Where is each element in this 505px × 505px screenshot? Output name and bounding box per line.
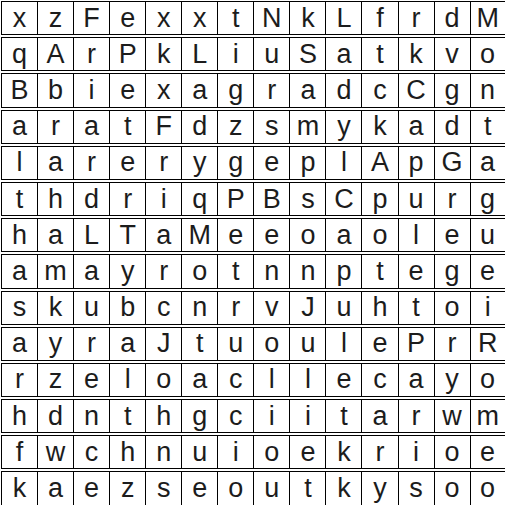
grid-cell[interactable]: l (398, 218, 434, 252)
grid-cell[interactable]: k (289, 1, 325, 35)
grid-cell[interactable]: s (1, 291, 37, 325)
grid-cell[interactable]: s (253, 110, 289, 144)
grid-cell[interactable]: r (145, 254, 181, 288)
grid-cell[interactable]: z (37, 1, 73, 35)
grid-cell[interactable]: a (325, 218, 361, 252)
grid-cell[interactable]: o (434, 435, 470, 469)
grid-cell[interactable]: r (434, 327, 470, 361)
grid-cell[interactable]: a (145, 218, 181, 252)
grid-cell[interactable]: a (37, 218, 73, 252)
grid-cell[interactable]: N (253, 1, 289, 35)
grid-cell[interactable]: p (289, 146, 325, 180)
grid-cell[interactable]: z (37, 363, 73, 397)
grid-cell[interactable]: o (434, 291, 470, 325)
grid-cell[interactable]: i (73, 73, 109, 107)
grid-cell[interactable]: t (361, 254, 397, 288)
grid-cell[interactable]: p (325, 254, 361, 288)
grid-cell[interactable]: p (398, 146, 434, 180)
grid-cell[interactable]: a (1, 110, 37, 144)
grid-cell[interactable]: P (109, 37, 145, 71)
grid-cell[interactable]: r (109, 182, 145, 216)
grid-cell[interactable]: u (325, 291, 361, 325)
grid-cell[interactable]: r (73, 146, 109, 180)
grid-cell[interactable]: o (470, 471, 505, 505)
grid-cell[interactable]: d (181, 110, 217, 144)
grid-cell[interactable]: a (398, 363, 434, 397)
grid-cell[interactable]: b (37, 73, 73, 107)
grid-cell[interactable]: g (217, 146, 253, 180)
grid-cell[interactable]: h (145, 399, 181, 433)
grid-cell[interactable]: g (217, 73, 253, 107)
grid-cell[interactable]: i (253, 399, 289, 433)
grid-cell[interactable]: e (289, 435, 325, 469)
grid-cell[interactable]: v (253, 291, 289, 325)
grid-cell[interactable]: a (37, 146, 73, 180)
grid-cell[interactable]: u (73, 291, 109, 325)
grid-cell[interactable]: r (1, 363, 37, 397)
grid-cell[interactable]: z (109, 471, 145, 505)
grid-cell[interactable]: a (181, 73, 217, 107)
grid-cell[interactable]: n (181, 291, 217, 325)
grid-cell[interactable]: s (145, 471, 181, 505)
grid-cell[interactable]: r (73, 327, 109, 361)
grid-cell[interactable]: e (361, 327, 397, 361)
grid-cell[interactable]: r (434, 182, 470, 216)
grid-cell[interactable]: u (217, 327, 253, 361)
grid-cell[interactable]: e (73, 363, 109, 397)
grid-cell[interactable]: L (325, 1, 361, 35)
grid-cell[interactable]: P (398, 327, 434, 361)
grid-cell[interactable]: P (217, 182, 253, 216)
grid-cell[interactable]: k (37, 291, 73, 325)
grid-cell[interactable]: a (1, 327, 37, 361)
grid-cell[interactable]: x (1, 1, 37, 35)
grid-cell[interactable]: k (1, 471, 37, 505)
grid-cell[interactable]: y (109, 254, 145, 288)
grid-cell[interactable]: f (361, 1, 397, 35)
grid-cell[interactable]: o (253, 435, 289, 469)
grid-cell[interactable]: k (398, 37, 434, 71)
grid-cell[interactable]: k (145, 37, 181, 71)
grid-cell[interactable]: e (73, 471, 109, 505)
grid-cell[interactable]: r (398, 1, 434, 35)
grid-cell[interactable]: r (73, 37, 109, 71)
grid-cell[interactable]: h (1, 399, 37, 433)
grid-cell[interactable]: r (217, 291, 253, 325)
grid-cell[interactable]: o (361, 218, 397, 252)
grid-cell[interactable]: u (470, 218, 505, 252)
grid-cell[interactable]: e (398, 254, 434, 288)
grid-cell[interactable]: c (361, 363, 397, 397)
grid-cell[interactable]: t (1, 182, 37, 216)
grid-cell[interactable]: d (37, 399, 73, 433)
grid-cell[interactable]: o (181, 254, 217, 288)
grid-cell[interactable]: r (253, 73, 289, 107)
grid-cell[interactable]: G (434, 146, 470, 180)
grid-cell[interactable]: d (73, 182, 109, 216)
grid-cell[interactable]: o (470, 363, 505, 397)
grid-cell[interactable]: p (361, 182, 397, 216)
grid-cell[interactable]: n (73, 399, 109, 433)
grid-cell[interactable]: u (253, 37, 289, 71)
grid-cell[interactable]: t (181, 327, 217, 361)
grid-cell[interactable]: o (217, 471, 253, 505)
grid-cell[interactable]: n (145, 435, 181, 469)
grid-cell[interactable]: t (398, 291, 434, 325)
grid-cell[interactable]: d (325, 73, 361, 107)
grid-cell[interactable]: a (181, 363, 217, 397)
grid-cell[interactable]: y (325, 110, 361, 144)
grid-cell[interactable]: J (145, 327, 181, 361)
grid-cell[interactable]: r (145, 146, 181, 180)
grid-cell[interactable]: h (37, 182, 73, 216)
grid-cell[interactable]: g (181, 399, 217, 433)
grid-cell[interactable]: x (145, 73, 181, 107)
grid-cell[interactable]: t (289, 471, 325, 505)
grid-cell[interactable]: A (37, 37, 73, 71)
grid-cell[interactable]: d (434, 110, 470, 144)
grid-cell[interactable]: d (434, 1, 470, 35)
grid-cell[interactable]: l (1, 146, 37, 180)
grid-cell[interactable]: m (289, 110, 325, 144)
grid-cell[interactable]: g (470, 182, 505, 216)
grid-cell[interactable]: e (253, 218, 289, 252)
grid-cell[interactable]: k (325, 435, 361, 469)
grid-cell[interactable]: C (325, 182, 361, 216)
grid-cell[interactable]: a (1, 254, 37, 288)
grid-cell[interactable]: t (217, 254, 253, 288)
grid-cell[interactable]: a (361, 399, 397, 433)
grid-cell[interactable]: t (470, 110, 505, 144)
grid-cell[interactable]: b (109, 291, 145, 325)
grid-cell[interactable]: M (181, 218, 217, 252)
grid-cell[interactable]: r (37, 110, 73, 144)
grid-cell[interactable]: i (217, 435, 253, 469)
grid-cell[interactable]: e (217, 218, 253, 252)
grid-cell[interactable]: u (253, 471, 289, 505)
grid-cell[interactable]: a (470, 146, 505, 180)
grid-cell[interactable]: t (325, 399, 361, 433)
grid-cell[interactable]: L (181, 37, 217, 71)
grid-cell[interactable]: L (73, 218, 109, 252)
grid-cell[interactable]: a (73, 254, 109, 288)
grid-cell[interactable]: s (289, 182, 325, 216)
grid-cell[interactable]: o (289, 218, 325, 252)
grid-cell[interactable]: m (37, 254, 73, 288)
grid-cell[interactable]: y (361, 471, 397, 505)
grid-cell[interactable]: e (434, 218, 470, 252)
grid-cell[interactable]: t (109, 110, 145, 144)
grid-cell[interactable]: M (470, 1, 505, 35)
grid-cell[interactable]: a (289, 73, 325, 107)
grid-cell[interactable]: c (361, 73, 397, 107)
grid-cell[interactable]: h (361, 291, 397, 325)
grid-cell[interactable]: B (253, 182, 289, 216)
grid-cell[interactable]: l (253, 363, 289, 397)
grid-cell[interactable]: e (109, 73, 145, 107)
grid-cell[interactable]: m (470, 399, 505, 433)
grid-cell[interactable]: c (145, 291, 181, 325)
grid-cell[interactable]: t (109, 399, 145, 433)
grid-cell[interactable]: e (109, 1, 145, 35)
grid-cell[interactable]: n (289, 254, 325, 288)
grid-cell[interactable]: x (181, 1, 217, 35)
grid-cell[interactable]: l (109, 363, 145, 397)
grid-cell[interactable]: i (289, 399, 325, 433)
grid-cell[interactable]: o (253, 327, 289, 361)
grid-cell[interactable]: f (1, 435, 37, 469)
grid-cell[interactable]: r (361, 435, 397, 469)
grid-cell[interactable]: o (434, 471, 470, 505)
grid-cell[interactable]: A (361, 146, 397, 180)
grid-cell[interactable]: u (181, 435, 217, 469)
grid-cell[interactable]: J (289, 291, 325, 325)
grid-cell[interactable]: a (37, 471, 73, 505)
grid-cell[interactable]: u (398, 182, 434, 216)
grid-cell[interactable]: i (398, 435, 434, 469)
grid-cell[interactable]: T (109, 218, 145, 252)
grid-cell[interactable]: C (398, 73, 434, 107)
grid-cell[interactable]: R (470, 327, 505, 361)
grid-cell[interactable]: a (325, 37, 361, 71)
grid-cell[interactable]: e (109, 146, 145, 180)
grid-cell[interactable]: B (1, 73, 37, 107)
grid-cell[interactable]: i (217, 37, 253, 71)
grid-cell[interactable]: e (325, 363, 361, 397)
grid-cell[interactable]: c (73, 435, 109, 469)
grid-cell[interactable]: e (253, 146, 289, 180)
grid-cell[interactable]: k (325, 471, 361, 505)
grid-cell[interactable]: l (325, 327, 361, 361)
grid-cell[interactable]: g (434, 73, 470, 107)
grid-cell[interactable]: n (470, 73, 505, 107)
grid-cell[interactable]: e (181, 471, 217, 505)
grid-cell[interactable]: g (434, 254, 470, 288)
grid-cell[interactable]: l (325, 146, 361, 180)
grid-cell[interactable]: a (109, 327, 145, 361)
grid-cell[interactable]: s (398, 471, 434, 505)
grid-cell[interactable]: e (470, 254, 505, 288)
grid-cell[interactable]: r (398, 399, 434, 433)
grid-cell[interactable]: y (181, 146, 217, 180)
grid-cell[interactable]: n (253, 254, 289, 288)
grid-cell[interactable]: k (361, 110, 397, 144)
grid-cell[interactable]: q (1, 37, 37, 71)
grid-cell[interactable]: y (434, 363, 470, 397)
grid-cell[interactable]: h (1, 218, 37, 252)
grid-cell[interactable]: v (434, 37, 470, 71)
grid-cell[interactable]: y (37, 327, 73, 361)
grid-cell[interactable]: o (145, 363, 181, 397)
grid-cell[interactable]: h (109, 435, 145, 469)
grid-cell[interactable]: i (470, 291, 505, 325)
grid-cell[interactable]: x (145, 1, 181, 35)
grid-cell[interactable]: e (470, 435, 505, 469)
grid-cell[interactable]: l (289, 363, 325, 397)
grid-cell[interactable]: w (37, 435, 73, 469)
grid-cell[interactable]: c (217, 399, 253, 433)
grid-cell[interactable]: t (361, 37, 397, 71)
word-search-grid: xzFexxtNkLfrdMqArPkLiuSatkvoBbiexagradcC… (1, 1, 505, 505)
grid-cell[interactable]: a (398, 110, 434, 144)
grid-cell[interactable]: S (289, 37, 325, 71)
grid-cell[interactable]: t (217, 1, 253, 35)
grid-cell[interactable]: i (145, 182, 181, 216)
grid-cell[interactable]: z (217, 110, 253, 144)
grid-cell[interactable]: c (217, 363, 253, 397)
grid-cell[interactable]: o (470, 37, 505, 71)
grid-cell[interactable]: F (73, 1, 109, 35)
grid-cell[interactable]: w (434, 399, 470, 433)
grid-cell[interactable]: q (181, 182, 217, 216)
grid-cell[interactable]: F (145, 110, 181, 144)
grid-cell[interactable]: u (289, 327, 325, 361)
grid-cell[interactable]: a (73, 110, 109, 144)
